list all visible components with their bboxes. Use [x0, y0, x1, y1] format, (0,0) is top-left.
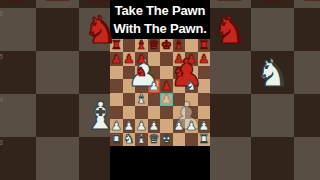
video-title: Take The Pawn With The Pawn.	[110, 0, 210, 39]
square-h7: ♟	[294, 0, 320, 8]
red-pawn: ♟	[255, 0, 289, 6]
square-d5[interactable]: ♟	[148, 79, 161, 92]
square-g7: ♟	[251, 0, 294, 8]
white-knight[interactable]: ♞	[123, 133, 134, 146]
square-h1[interactable]: ♜	[198, 133, 211, 146]
white-knight: ♞	[255, 54, 289, 92]
square-a7: ♟7	[0, 0, 36, 8]
title-line-1: Take The Pawn	[110, 2, 210, 20]
white-rook[interactable]: ♜	[198, 133, 209, 146]
square-c1[interactable]: ♝	[135, 133, 148, 146]
square-c4[interactable]: ♝	[135, 93, 148, 106]
square-e4[interactable]: ♟	[160, 93, 173, 106]
square-g7[interactable]: ♟	[185, 52, 198, 65]
square-c6[interactable]: ♞	[135, 66, 148, 79]
red-pawn[interactable]: ♟	[123, 53, 134, 66]
red-pawn: ♟	[212, 0, 246, 6]
white-pawn[interactable]: ♟	[148, 80, 159, 93]
square-f2[interactable]: ♟	[173, 119, 186, 132]
title-line-2: With The Pawn.	[110, 20, 210, 38]
square-a1[interactable]: ♜	[110, 133, 123, 146]
square-f6: ♞	[208, 8, 251, 51]
red-pawn: ♟	[0, 0, 32, 6]
square-e1[interactable]: ♚	[160, 133, 173, 146]
white-pawn[interactable]: ♟	[186, 120, 197, 133]
square-g5: ♞	[251, 51, 294, 94]
white-king[interactable]: ♚	[161, 133, 172, 146]
red-pawn: ♟	[298, 0, 320, 6]
square-c7: ♟	[79, 0, 122, 8]
red-pawn: ♟	[83, 0, 117, 6]
white-rook[interactable]: ♜	[111, 133, 122, 146]
white-bishop[interactable]: ♝	[136, 133, 147, 146]
white-pawn[interactable]: ♟	[173, 120, 184, 133]
square-f7: ♟	[208, 0, 251, 8]
square-b1[interactable]: ♞	[123, 133, 136, 146]
video-frame: ♜8♝♛♚♝♜♟7♟♟♟♟♟6♞♞5♟♟♞4♝♟3♟2♟♟♟♟♟♟♜1♞♝♛♚♜…	[0, 0, 320, 180]
white-knight[interactable]: ♞	[186, 80, 197, 93]
square-b7[interactable]: ♟	[123, 52, 136, 65]
shorts-strip: Take The Pawn With The Pawn. ♜♝♛♚♝♜♟♟♟♟♟…	[110, 0, 210, 180]
square-b7: ♟	[36, 0, 79, 8]
white-queen[interactable]: ♛	[148, 133, 159, 146]
red-pawn: ♟	[40, 0, 74, 6]
square-b4[interactable]	[123, 93, 136, 106]
square-d1[interactable]: ♛	[148, 133, 161, 146]
square-h7[interactable]: ♟	[198, 52, 211, 65]
square-f6[interactable]: ♞	[173, 66, 186, 79]
square-a5[interactable]	[110, 79, 123, 92]
red-pawn[interactable]: ♟	[198, 53, 209, 66]
white-bishop[interactable]: ♝	[136, 93, 147, 106]
red-pawn[interactable]: ♟	[186, 53, 197, 66]
square-d4[interactable]	[148, 93, 161, 106]
red-pawn[interactable]: ♟	[111, 53, 122, 66]
square-g5[interactable]: ♞	[185, 79, 198, 92]
red-knight[interactable]: ♞	[136, 66, 147, 79]
ghost-white-pawn: ♟	[161, 93, 172, 106]
red-knight: ♞	[212, 11, 246, 49]
square-e8[interactable]: ♚	[160, 39, 173, 52]
red-knight[interactable]: ♞	[173, 66, 184, 79]
square-a7[interactable]: ♟	[110, 52, 123, 65]
red-king[interactable]: ♚	[161, 39, 172, 52]
red-queen[interactable]: ♛	[148, 39, 159, 52]
square-g2[interactable]: ♟	[185, 119, 198, 132]
square-d8[interactable]: ♛	[148, 39, 161, 52]
square-a6[interactable]	[110, 66, 123, 79]
